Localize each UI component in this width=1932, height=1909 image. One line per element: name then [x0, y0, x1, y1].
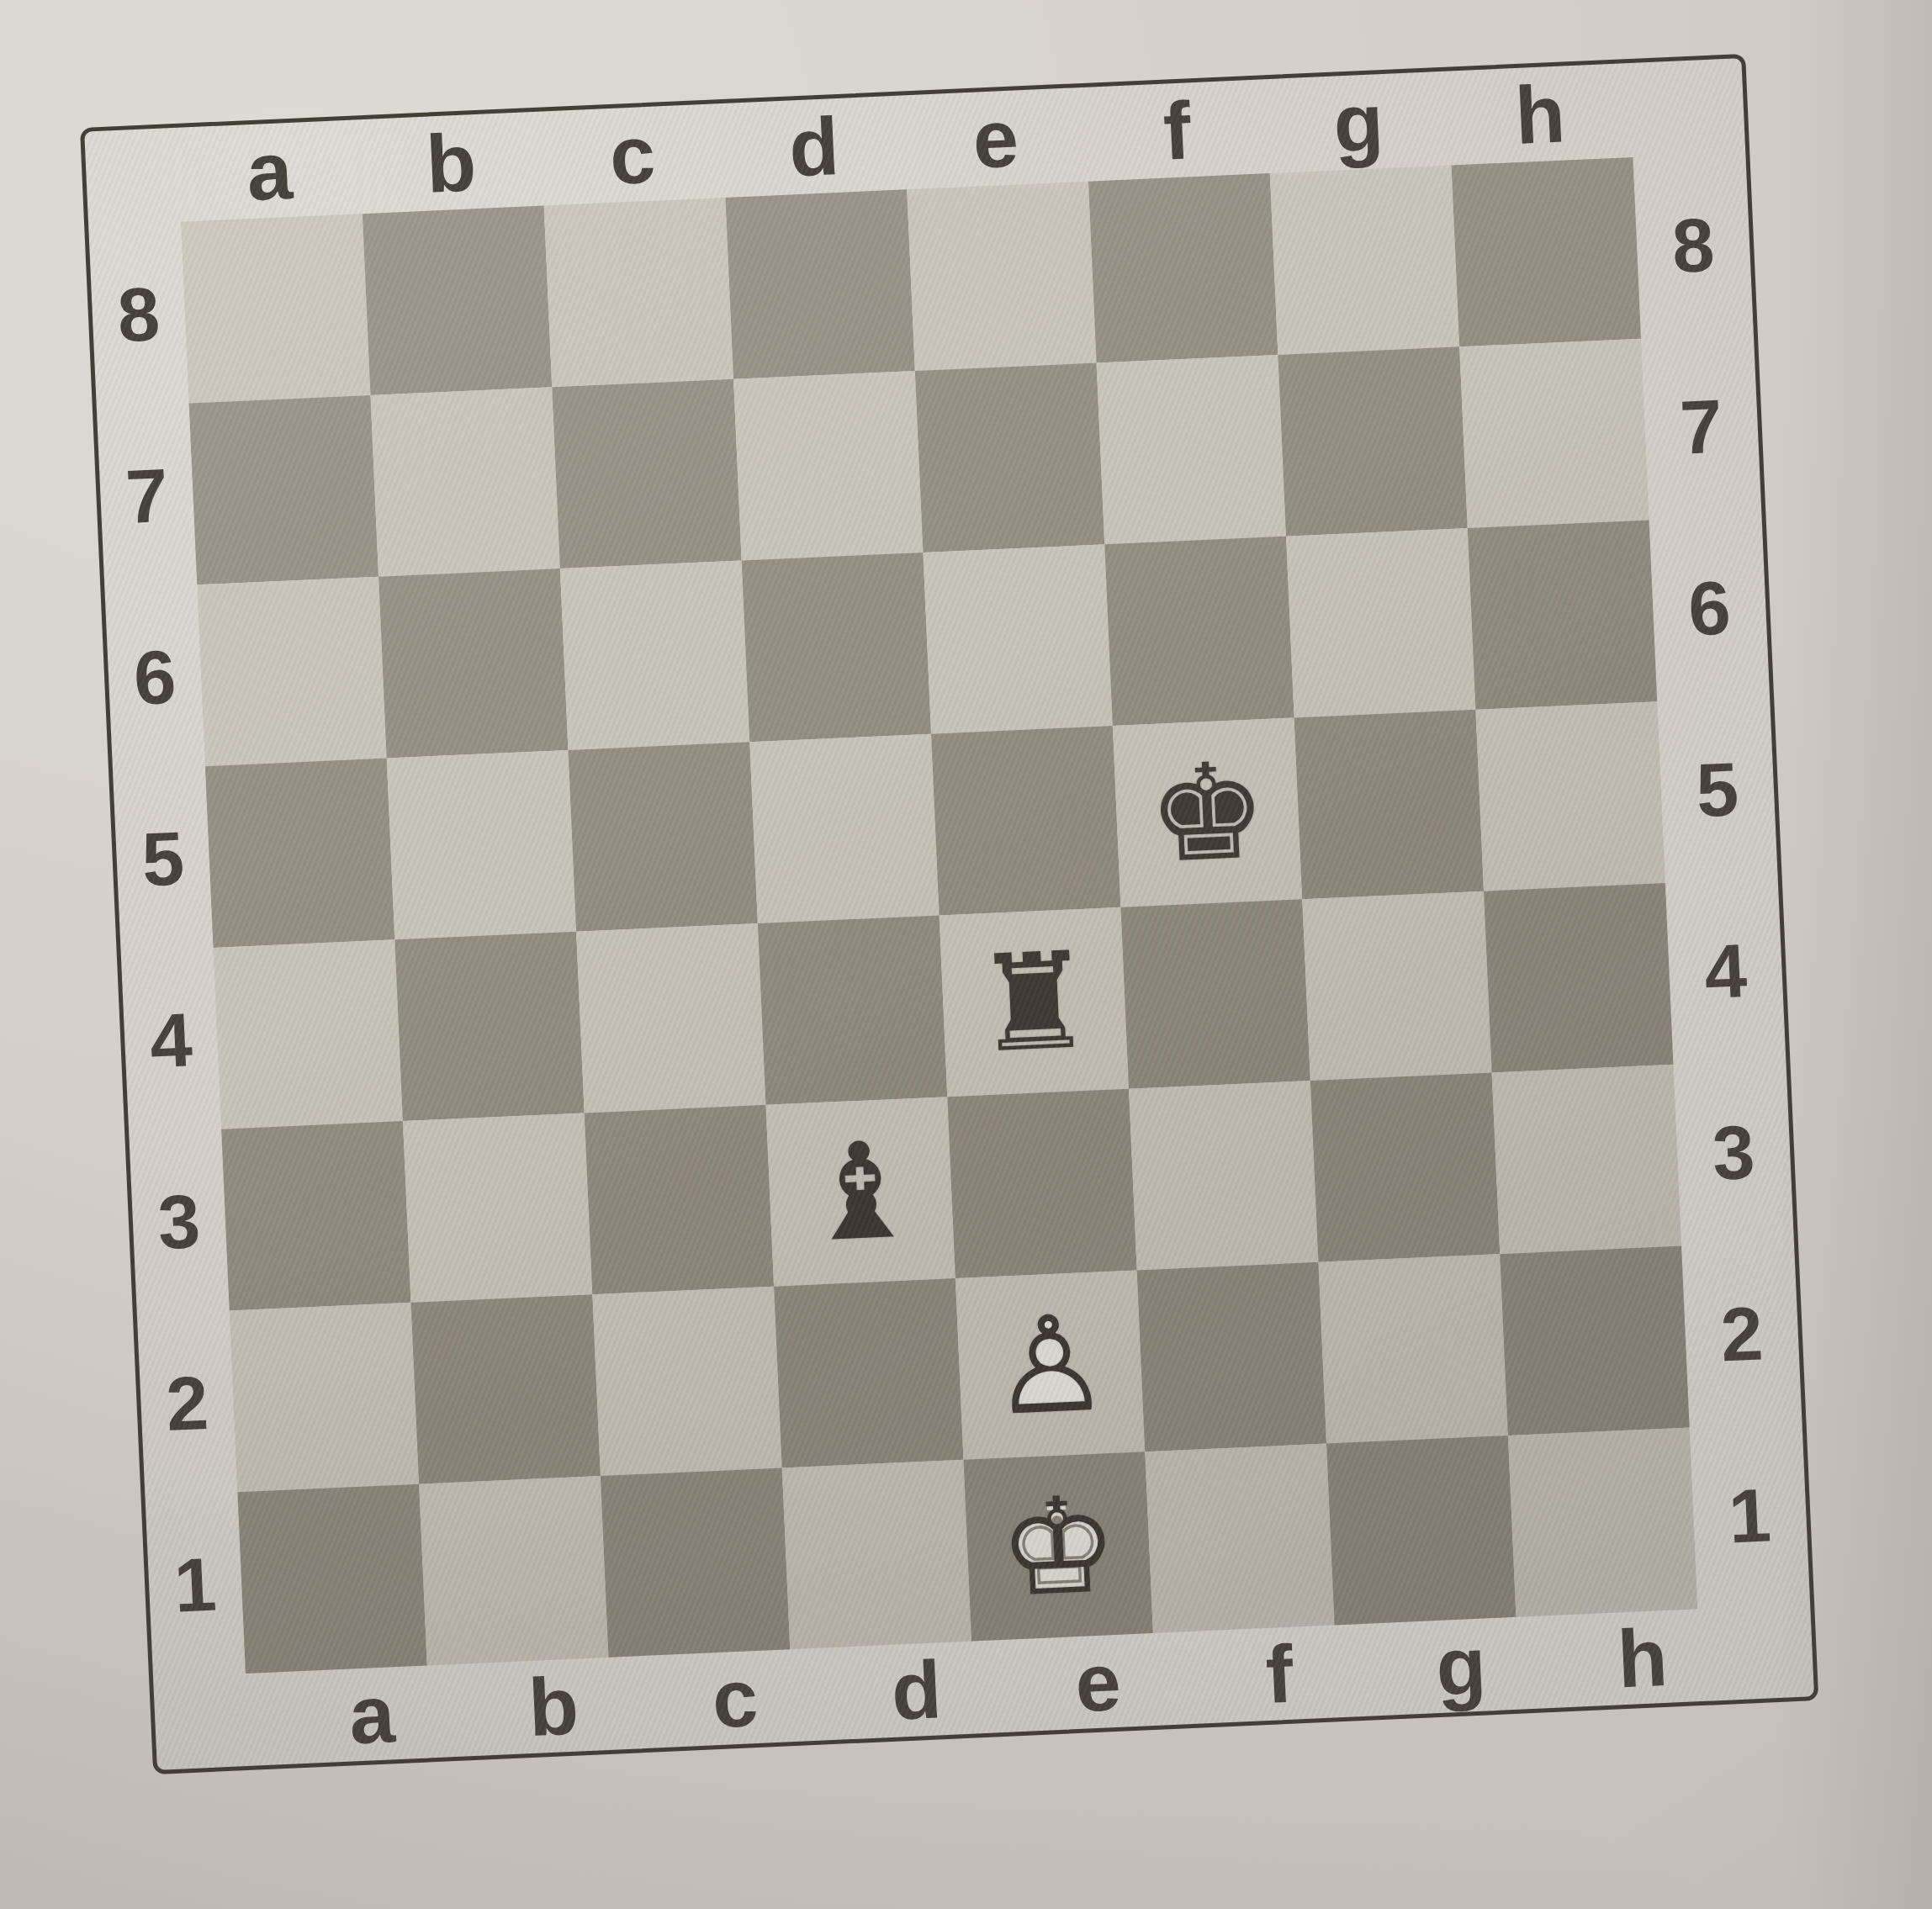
square-g4: [1302, 891, 1491, 1081]
file-label-top-c: c: [540, 110, 725, 200]
file-label-bottom-e: e: [1005, 1637, 1190, 1727]
file-label-top-a: a: [177, 126, 362, 216]
rank-label-right-3: 3: [1673, 1060, 1793, 1246]
square-g5: [1294, 710, 1484, 899]
file-label-top-g: g: [1266, 77, 1451, 167]
square-b3: [403, 1113, 592, 1302]
black-bishop-d3: ♝: [766, 1097, 955, 1286]
rank-label-left-4: 4: [121, 948, 222, 1134]
board-frame: abcdefgh 87654321 ♚♜♝♟♙♚♔ 87654321 abcde…: [80, 54, 1818, 1774]
square-f7: [1097, 355, 1286, 544]
square-a5: [205, 759, 394, 948]
square-b6: [378, 568, 568, 758]
rank-label-right-6: 6: [1649, 515, 1770, 701]
square-c6: [560, 561, 749, 750]
file-label-bottom-g: g: [1368, 1621, 1554, 1711]
square-h5: [1475, 701, 1665, 891]
square-g2: [1318, 1254, 1507, 1443]
square-e7: [915, 363, 1104, 553]
square-f4: [1120, 899, 1310, 1088]
square-d5: [749, 734, 939, 923]
file-label-bottom-c: c: [643, 1653, 828, 1743]
square-g3: [1310, 1072, 1500, 1261]
square-e1: ♚♔: [964, 1452, 1153, 1641]
file-label-bottom-a: a: [279, 1669, 464, 1759]
square-h6: [1468, 520, 1657, 709]
black-rook-glyph: ♜: [971, 933, 1097, 1071]
file-label-bottom-f: f: [1187, 1629, 1372, 1719]
black-rook-e4: ♜: [940, 907, 1129, 1097]
square-g6: [1286, 528, 1475, 717]
photo-background: abcdefgh 87654321 ♚♜♝♟♙♚♔ 87654321 abcde…: [0, 0, 1932, 1909]
rank-label-right-4: 4: [1665, 878, 1786, 1065]
square-h2: [1500, 1246, 1689, 1436]
square-e5: [931, 726, 1120, 915]
board-middle: 87654321 ♚♜♝♟♙♚♔ 87654321: [88, 152, 1810, 1678]
white-pawn-outline-glyph: ♙: [987, 1296, 1113, 1434]
square-d3: ♝: [766, 1097, 955, 1286]
black-king-f5: ♚: [1113, 717, 1302, 907]
chess-board: ♚♜♝♟♙♚♔: [181, 157, 1697, 1674]
square-b7: [370, 387, 559, 576]
file-label-top-d: d: [722, 102, 907, 192]
rank-label-left-6: 6: [104, 584, 205, 770]
black-king-glyph: ♚: [1145, 743, 1270, 881]
square-b8: [363, 206, 552, 395]
file-label-top-e: e: [903, 93, 1088, 183]
file-label-bottom-b: b: [461, 1662, 646, 1752]
square-c7: [552, 379, 741, 568]
square-a2: [230, 1303, 419, 1492]
square-g1: [1326, 1436, 1516, 1625]
rank-label-right-7: 7: [1641, 334, 1761, 521]
file-label-top-f: f: [1084, 86, 1269, 176]
square-d8: [725, 189, 914, 378]
square-h7: [1459, 339, 1649, 528]
square-b5: [387, 750, 576, 939]
rank-label-right-1: 1: [1690, 1422, 1810, 1609]
rank-label-right-2: 2: [1681, 1241, 1802, 1428]
rank-label-left-8: 8: [88, 222, 189, 408]
square-e6: [923, 544, 1112, 733]
square-c3: [585, 1105, 774, 1294]
square-e2: ♟♙: [955, 1270, 1145, 1459]
square-d1: [782, 1460, 971, 1649]
rank-label-left-5: 5: [113, 766, 214, 952]
square-b2: [411, 1294, 601, 1483]
white-king-outline-glyph: ♔: [996, 1478, 1121, 1616]
square-a7: [189, 395, 378, 584]
square-c4: [576, 923, 765, 1113]
square-d4: [758, 915, 947, 1104]
file-label-top-h: h: [1448, 69, 1633, 159]
square-b4: [394, 932, 584, 1121]
square-d7: [733, 371, 923, 560]
square-h4: [1484, 883, 1673, 1072]
file-label-bottom-d: d: [824, 1645, 1009, 1735]
rank-label-left-2: 2: [137, 1310, 238, 1496]
square-f8: [1088, 173, 1278, 362]
square-g7: [1278, 346, 1467, 536]
square-c1: [601, 1467, 790, 1657]
square-h1: [1508, 1427, 1697, 1616]
white-king-e1: ♚♔: [964, 1452, 1153, 1641]
square-a3: [221, 1121, 410, 1310]
square-b1: [419, 1476, 608, 1665]
square-f5: ♚: [1113, 717, 1302, 907]
rank-label-right-5: 5: [1657, 696, 1777, 883]
white-pawn-e2: ♟♙: [955, 1270, 1145, 1459]
square-e4: ♜: [940, 907, 1129, 1097]
square-e3: [947, 1089, 1136, 1278]
square-a4: [214, 939, 403, 1129]
square-f1: [1145, 1444, 1334, 1633]
square-g8: [1270, 165, 1459, 354]
square-c5: [568, 742, 757, 931]
rank-label-left-1: 1: [145, 1492, 246, 1678]
square-e8: [907, 182, 1096, 371]
square-a1: [237, 1484, 426, 1674]
square-d2: [774, 1278, 963, 1467]
rank-label-left-3: 3: [129, 1129, 230, 1315]
file-label-top-b: b: [358, 118, 543, 208]
file-label-bottom-h: h: [1550, 1613, 1735, 1703]
square-a6: [197, 577, 386, 766]
rank-label-right-8: 8: [1633, 152, 1753, 339]
square-h8: [1452, 157, 1641, 346]
square-f6: [1104, 537, 1294, 726]
rank-label-left-7: 7: [97, 404, 198, 590]
square-c2: [592, 1287, 781, 1476]
square-a8: [181, 214, 370, 403]
square-f3: [1129, 1081, 1318, 1270]
square-d6: [742, 553, 931, 742]
square-f2: [1137, 1262, 1326, 1452]
black-bishop-glyph: ♝: [798, 1123, 924, 1261]
square-h3: [1492, 1065, 1681, 1254]
square-c8: [544, 198, 733, 387]
